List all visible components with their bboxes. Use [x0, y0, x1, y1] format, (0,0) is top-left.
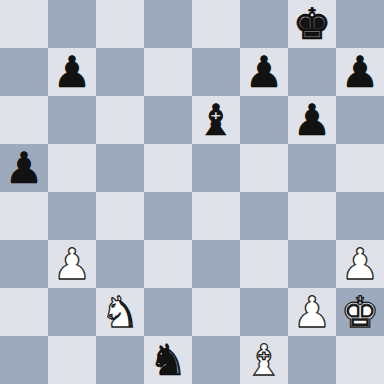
square-g2[interactable]: ♟ [288, 288, 336, 336]
piece-black-pawn[interactable]: ♟ [245, 48, 284, 96]
square-e6[interactable]: ♝ [192, 96, 240, 144]
square-g3[interactable] [288, 240, 336, 288]
square-f5[interactable] [240, 144, 288, 192]
square-b2[interactable] [48, 288, 96, 336]
square-h6[interactable] [336, 96, 384, 144]
piece-black-king[interactable]: ♚ [293, 0, 332, 48]
square-b5[interactable] [48, 144, 96, 192]
piece-black-pawn[interactable]: ♟ [341, 48, 380, 96]
piece-white-pawn[interactable]: ♟ [53, 240, 92, 288]
square-d2[interactable] [144, 288, 192, 336]
square-h7[interactable]: ♟ [336, 48, 384, 96]
square-e1[interactable] [192, 336, 240, 384]
piece-black-pawn[interactable]: ♟ [53, 48, 92, 96]
square-h3[interactable]: ♟ [336, 240, 384, 288]
square-g7[interactable] [288, 48, 336, 96]
square-a1[interactable] [0, 336, 48, 384]
square-a8[interactable] [0, 0, 48, 48]
piece-white-king[interactable]: ♚ [341, 288, 380, 336]
square-h8[interactable] [336, 0, 384, 48]
square-b8[interactable] [48, 0, 96, 48]
piece-white-knight[interactable]: ♞ [101, 288, 140, 336]
square-c4[interactable] [96, 192, 144, 240]
square-c6[interactable] [96, 96, 144, 144]
square-d7[interactable] [144, 48, 192, 96]
square-b3[interactable]: ♟ [48, 240, 96, 288]
square-d3[interactable] [144, 240, 192, 288]
square-a5[interactable]: ♟ [0, 144, 48, 192]
square-h4[interactable] [336, 192, 384, 240]
square-f8[interactable] [240, 0, 288, 48]
square-b6[interactable] [48, 96, 96, 144]
square-d5[interactable] [144, 144, 192, 192]
square-f4[interactable] [240, 192, 288, 240]
square-e7[interactable] [192, 48, 240, 96]
square-f2[interactable] [240, 288, 288, 336]
square-h5[interactable] [336, 144, 384, 192]
square-c5[interactable] [96, 144, 144, 192]
square-f1[interactable]: ♝ [240, 336, 288, 384]
piece-black-pawn[interactable]: ♟ [5, 144, 44, 192]
square-a2[interactable] [0, 288, 48, 336]
square-a4[interactable] [0, 192, 48, 240]
piece-white-pawn[interactable]: ♟ [293, 288, 332, 336]
piece-white-pawn[interactable]: ♟ [341, 240, 380, 288]
square-g5[interactable] [288, 144, 336, 192]
square-d8[interactable] [144, 0, 192, 48]
piece-white-bishop[interactable]: ♝ [245, 336, 284, 384]
square-f3[interactable] [240, 240, 288, 288]
square-c1[interactable] [96, 336, 144, 384]
square-b1[interactable] [48, 336, 96, 384]
square-f7[interactable]: ♟ [240, 48, 288, 96]
square-e4[interactable] [192, 192, 240, 240]
square-f6[interactable] [240, 96, 288, 144]
square-h1[interactable] [336, 336, 384, 384]
square-a3[interactable] [0, 240, 48, 288]
square-e5[interactable] [192, 144, 240, 192]
piece-black-knight[interactable]: ♞ [149, 336, 188, 384]
square-d6[interactable] [144, 96, 192, 144]
square-h2[interactable]: ♚ [336, 288, 384, 336]
square-d1[interactable]: ♞ [144, 336, 192, 384]
square-g1[interactable] [288, 336, 336, 384]
piece-black-pawn[interactable]: ♟ [293, 96, 332, 144]
square-b7[interactable]: ♟ [48, 48, 96, 96]
square-g8[interactable]: ♚ [288, 0, 336, 48]
chess-board: ♚♟♟♟♝♟♟♟♟♞♟♚♞♝ [0, 0, 384, 384]
square-a6[interactable] [0, 96, 48, 144]
square-e8[interactable] [192, 0, 240, 48]
square-e3[interactable] [192, 240, 240, 288]
square-g6[interactable]: ♟ [288, 96, 336, 144]
square-d4[interactable] [144, 192, 192, 240]
square-g4[interactable] [288, 192, 336, 240]
square-b4[interactable] [48, 192, 96, 240]
square-e2[interactable] [192, 288, 240, 336]
square-c2[interactable]: ♞ [96, 288, 144, 336]
piece-black-bishop[interactable]: ♝ [197, 96, 236, 144]
square-c7[interactable] [96, 48, 144, 96]
square-c8[interactable] [96, 0, 144, 48]
square-a7[interactable] [0, 48, 48, 96]
square-c3[interactable] [96, 240, 144, 288]
